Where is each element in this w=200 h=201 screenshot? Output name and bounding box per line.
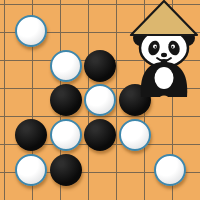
black-stone <box>84 50 116 82</box>
white-stone <box>84 84 116 116</box>
white-stone <box>154 154 186 186</box>
white-stone <box>15 15 47 47</box>
white-stone <box>15 154 47 186</box>
white-stone <box>50 119 82 151</box>
black-stone <box>15 119 47 151</box>
grid-vline <box>4 0 5 200</box>
straw-hat-icon <box>131 1 197 35</box>
white-stone <box>119 119 151 151</box>
white-stone <box>50 50 82 82</box>
black-stone <box>50 154 82 186</box>
panda-belly <box>155 67 174 89</box>
panda-mascot <box>128 0 200 100</box>
black-stone <box>50 84 82 116</box>
grid-hline <box>0 200 200 201</box>
black-stone <box>84 119 116 151</box>
gomoku-board-screen <box>0 0 200 200</box>
